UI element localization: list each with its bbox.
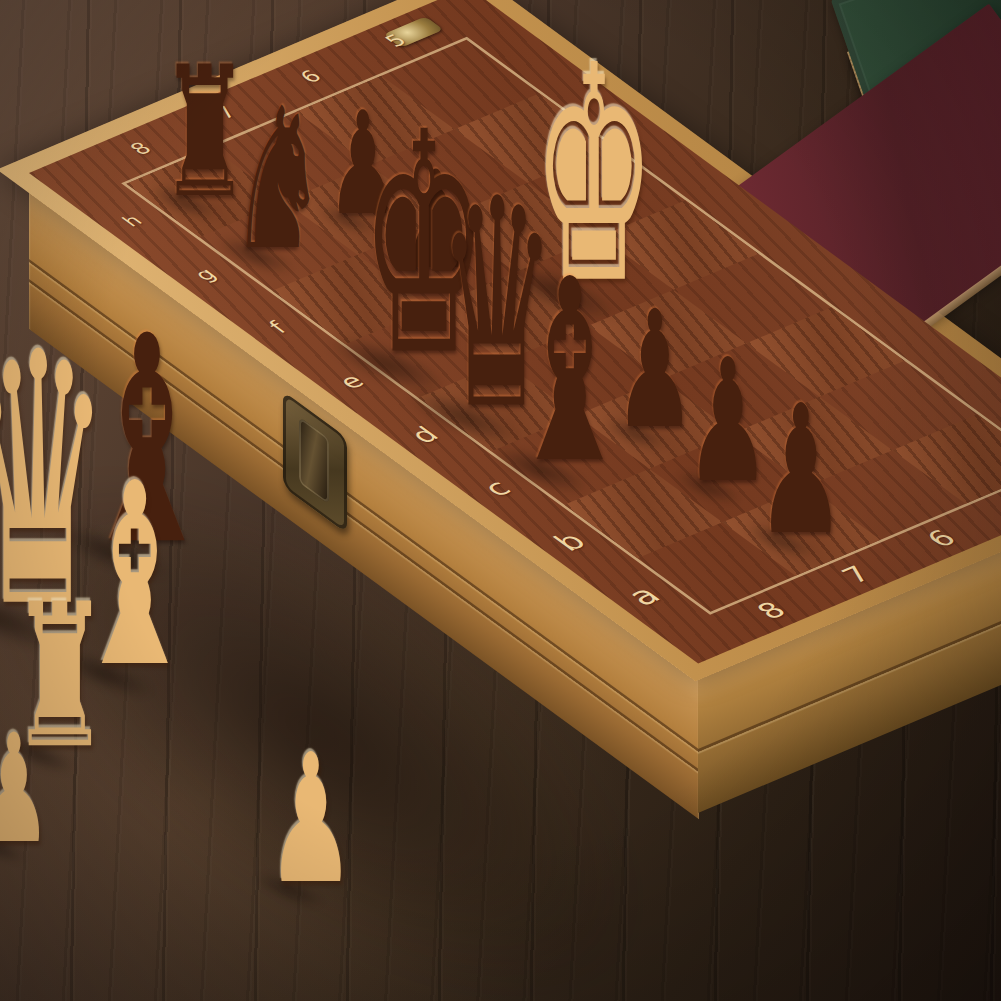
file-label-f: f (263, 318, 293, 337)
latch-hook (299, 417, 329, 505)
black bishop-c8[interactable]: ♝ (507, 246, 634, 498)
white pawn-offboard[interactable]: ♟ (266, 731, 355, 909)
file-label-h: h (117, 212, 147, 230)
rank-label-near-6: 6 (919, 525, 963, 552)
rank-label-near-8: 8 (749, 597, 793, 624)
black pawn-a7[interactable]: ♟ (757, 382, 846, 560)
file-label-a: a (618, 580, 669, 611)
file-label-b: b (546, 527, 594, 556)
scene: hgfedcba87658765 ♜♟♞♟♚♚♛♟♝♟♟♝♛♝♜♟♟ (0, 0, 1001, 1001)
black knight-g8[interactable]: ♞ (229, 82, 327, 277)
white pawn-offboard[interactable]: ♟ (0, 714, 52, 864)
rank-label-far-8: 8 (124, 138, 156, 158)
